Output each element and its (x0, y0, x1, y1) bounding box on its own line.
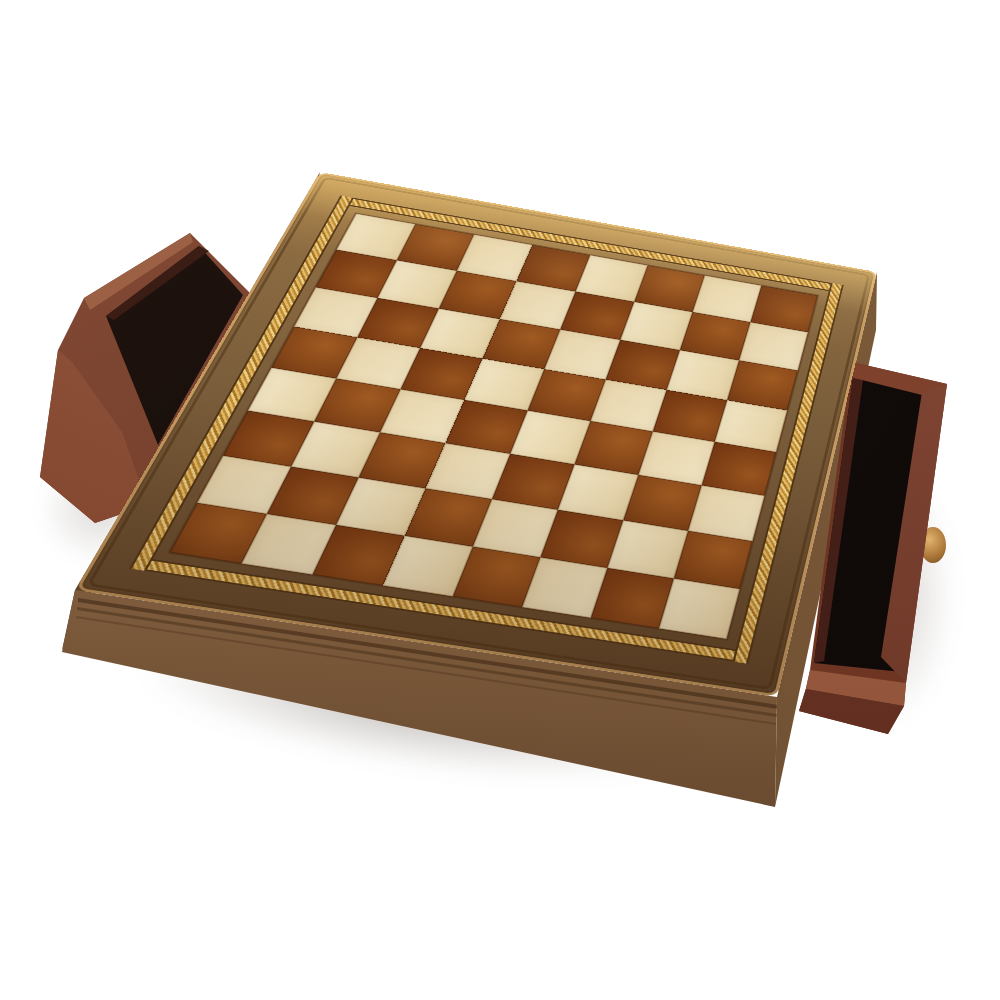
square-r8c8 (659, 579, 740, 639)
product-photo (0, 0, 1000, 1000)
